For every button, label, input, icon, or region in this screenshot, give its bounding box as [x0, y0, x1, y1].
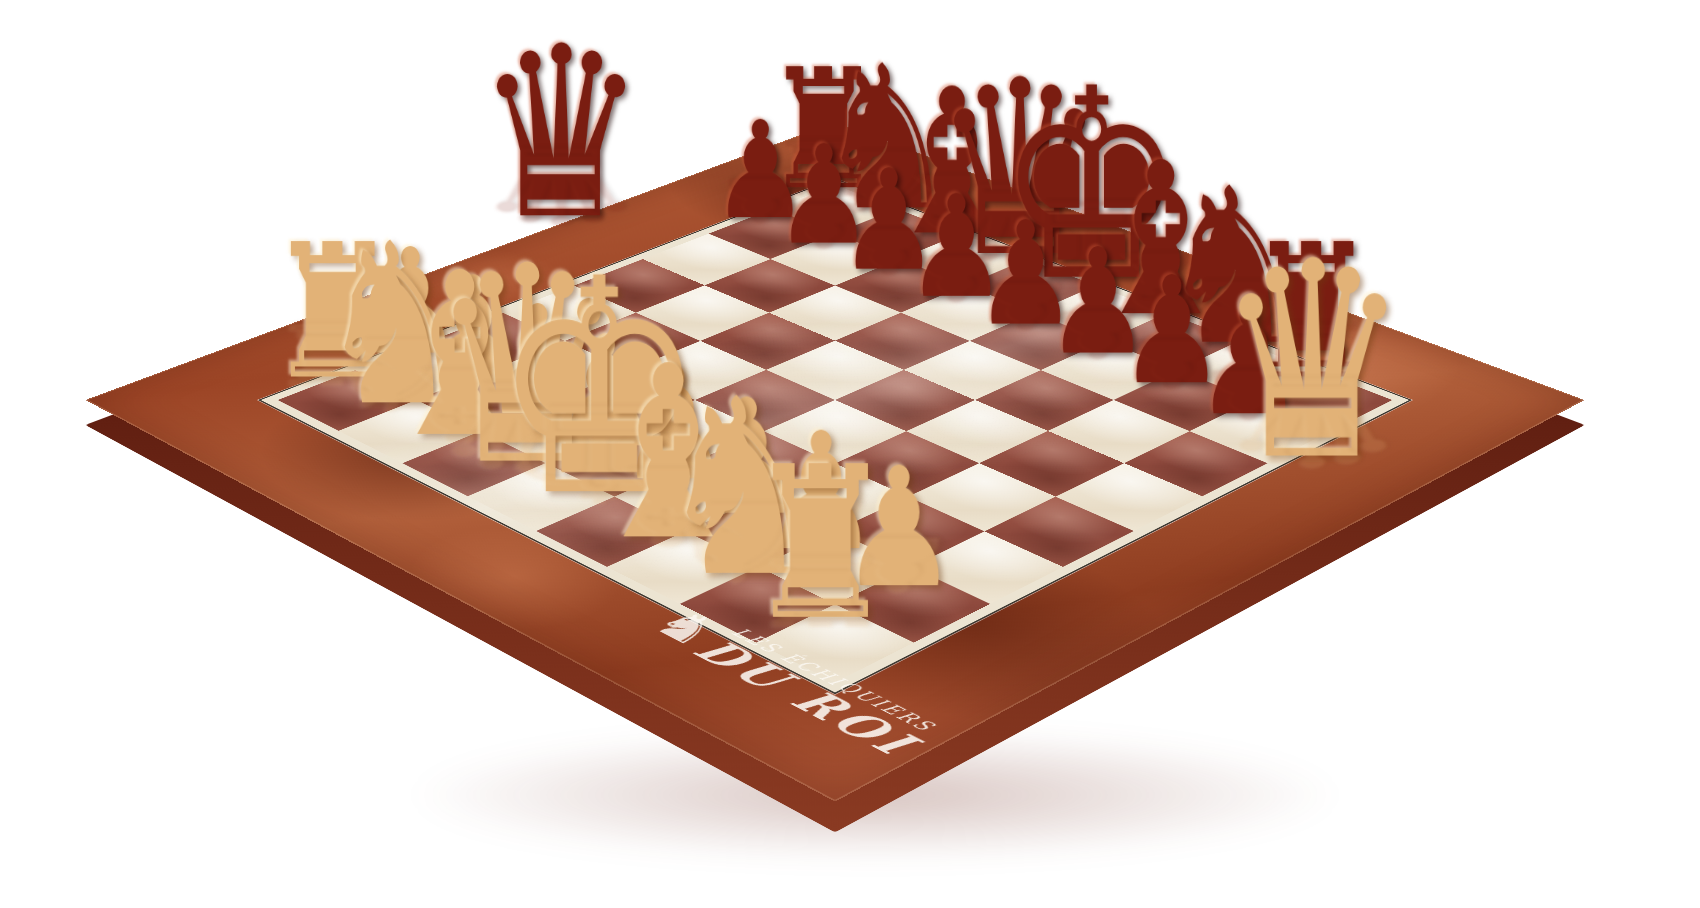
board-border-frame: ♜♞♝♛♚♝♞♜♟♟♟♟♟♟♟♟♟♟♟♟♟♟♟♟♜♞♝♛♚♝♞♜ ♞ LES É… — [85, 122, 1584, 802]
piece-light-rook-h1[interactable]: ♜ — [711, 439, 930, 650]
chess-board: ♜♞♝♛♚♝♞♜♟♟♟♟♟♟♟♟♟♟♟♟♟♟♟♟♜♞♝♛♚♝♞♜ ♞ LES É… — [85, 122, 1584, 802]
perspective-scene: ♜♞♝♛♚♝♞♜♟♟♟♟♟♟♟♟♟♟♟♟♟♟♟♟♜♞♝♛♚♝♞♜ ♞ LES É… — [0, 0, 1700, 908]
product-photo-stage: ♜♞♝♛♚♝♞♜♟♟♟♟♟♟♟♟♟♟♟♟♟♟♟♟♜♞♝♛♚♝♞♜ ♞ LES É… — [0, 0, 1700, 908]
spare-light-queen[interactable]: ♛ — [1211, 226, 1413, 498]
